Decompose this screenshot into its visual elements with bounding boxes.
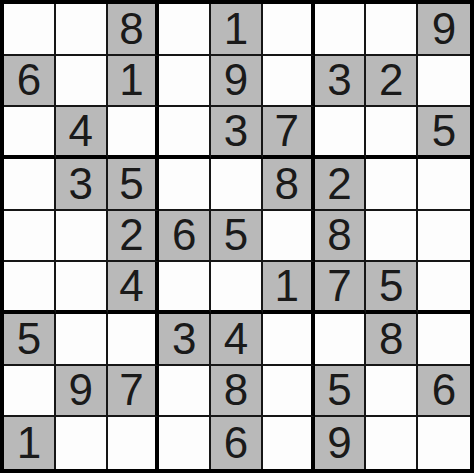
cell-r8c6[interactable] bbox=[263, 366, 315, 418]
cell-r3c3[interactable] bbox=[108, 107, 160, 159]
cell-r7c3[interactable] bbox=[108, 314, 160, 366]
cell-r9c9[interactable] bbox=[418, 417, 470, 469]
cell-r6c1[interactable] bbox=[4, 262, 56, 314]
cell-r5c3[interactable]: 2 bbox=[108, 211, 160, 263]
cell-r6c6[interactable]: 1 bbox=[263, 262, 315, 314]
cell-r1c2[interactable] bbox=[56, 4, 108, 56]
cell-r9c4[interactable] bbox=[159, 417, 211, 469]
cell-r5c7[interactable]: 8 bbox=[315, 211, 367, 263]
cell-r5c8[interactable] bbox=[366, 211, 418, 263]
cell-r3c1[interactable] bbox=[4, 107, 56, 159]
cell-r9c7[interactable]: 9 bbox=[315, 417, 367, 469]
cell-r7c9[interactable] bbox=[418, 314, 470, 366]
cell-r8c5[interactable]: 8 bbox=[211, 366, 263, 418]
cell-r7c5[interactable]: 4 bbox=[211, 314, 263, 366]
cell-r9c1[interactable]: 1 bbox=[4, 417, 56, 469]
cell-r1c1[interactable] bbox=[4, 4, 56, 56]
cell-r5c5[interactable]: 5 bbox=[211, 211, 263, 263]
cell-r5c6[interactable] bbox=[263, 211, 315, 263]
cell-r4c6[interactable]: 8 bbox=[263, 159, 315, 211]
cell-r2c3[interactable]: 1 bbox=[108, 56, 160, 108]
cell-r3c5[interactable]: 3 bbox=[211, 107, 263, 159]
cell-r8c4[interactable] bbox=[159, 366, 211, 418]
cell-r4c4[interactable] bbox=[159, 159, 211, 211]
cell-r4c5[interactable] bbox=[211, 159, 263, 211]
cell-r2c8[interactable]: 2 bbox=[366, 56, 418, 108]
cell-r4c1[interactable] bbox=[4, 159, 56, 211]
cell-r3c8[interactable] bbox=[366, 107, 418, 159]
cell-r1c3[interactable]: 8 bbox=[108, 4, 160, 56]
cell-r2c1[interactable]: 6 bbox=[4, 56, 56, 108]
cell-r2c7[interactable]: 3 bbox=[315, 56, 367, 108]
cell-r7c4[interactable]: 3 bbox=[159, 314, 211, 366]
cell-r6c3[interactable]: 4 bbox=[108, 262, 160, 314]
cell-r8c2[interactable]: 9 bbox=[56, 366, 108, 418]
cell-r9c8[interactable] bbox=[366, 417, 418, 469]
cell-r7c8[interactable]: 8 bbox=[366, 314, 418, 366]
cell-r8c3[interactable]: 7 bbox=[108, 366, 160, 418]
cell-r6c8[interactable]: 5 bbox=[366, 262, 418, 314]
cell-r9c3[interactable] bbox=[108, 417, 160, 469]
cell-r1c5[interactable]: 1 bbox=[211, 4, 263, 56]
cell-r3c7[interactable] bbox=[315, 107, 367, 159]
cell-r5c2[interactable] bbox=[56, 211, 108, 263]
cell-r7c1[interactable]: 5 bbox=[4, 314, 56, 366]
cell-r3c9[interactable]: 5 bbox=[418, 107, 470, 159]
cell-r5c4[interactable]: 6 bbox=[159, 211, 211, 263]
cell-r5c9[interactable] bbox=[418, 211, 470, 263]
cell-r4c2[interactable]: 3 bbox=[56, 159, 108, 211]
cell-r2c2[interactable] bbox=[56, 56, 108, 108]
cell-r4c7[interactable]: 2 bbox=[315, 159, 367, 211]
cell-r3c4[interactable] bbox=[159, 107, 211, 159]
cell-r1c6[interactable] bbox=[263, 4, 315, 56]
cell-r1c9[interactable]: 9 bbox=[418, 4, 470, 56]
cell-r1c7[interactable] bbox=[315, 4, 367, 56]
cell-r6c7[interactable]: 7 bbox=[315, 262, 367, 314]
sudoku-board: 819619324375358226584175534897856169 bbox=[0, 0, 474, 473]
cell-r2c4[interactable] bbox=[159, 56, 211, 108]
cell-r4c3[interactable]: 5 bbox=[108, 159, 160, 211]
cell-r3c6[interactable]: 7 bbox=[263, 107, 315, 159]
cell-r2c6[interactable] bbox=[263, 56, 315, 108]
cell-r7c2[interactable] bbox=[56, 314, 108, 366]
cell-r8c7[interactable]: 5 bbox=[315, 366, 367, 418]
cell-r2c5[interactable]: 9 bbox=[211, 56, 263, 108]
cell-r6c4[interactable] bbox=[159, 262, 211, 314]
cell-r4c8[interactable] bbox=[366, 159, 418, 211]
cell-r6c2[interactable] bbox=[56, 262, 108, 314]
cell-r3c2[interactable]: 4 bbox=[56, 107, 108, 159]
cell-r6c9[interactable] bbox=[418, 262, 470, 314]
cell-r8c1[interactable] bbox=[4, 366, 56, 418]
cell-r8c8[interactable] bbox=[366, 366, 418, 418]
cell-r7c7[interactable] bbox=[315, 314, 367, 366]
cell-r2c9[interactable] bbox=[418, 56, 470, 108]
cell-r9c5[interactable]: 6 bbox=[211, 417, 263, 469]
cell-r1c8[interactable] bbox=[366, 4, 418, 56]
cell-r4c9[interactable] bbox=[418, 159, 470, 211]
cell-r6c5[interactable] bbox=[211, 262, 263, 314]
cell-r8c9[interactable]: 6 bbox=[418, 366, 470, 418]
cell-r9c2[interactable] bbox=[56, 417, 108, 469]
cell-r9c6[interactable] bbox=[263, 417, 315, 469]
cell-r7c6[interactable] bbox=[263, 314, 315, 366]
cell-r1c4[interactable] bbox=[159, 4, 211, 56]
cell-r5c1[interactable] bbox=[4, 211, 56, 263]
